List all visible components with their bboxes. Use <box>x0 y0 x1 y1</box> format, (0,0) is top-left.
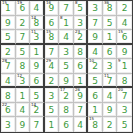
cell-digit: 3 <box>107 62 113 71</box>
cell-digit: 7 <box>5 62 11 71</box>
cell-digit: 5 <box>122 121 128 130</box>
cell-digit: 1 <box>34 48 40 57</box>
cell-digit: 2 <box>92 62 98 71</box>
cell-r2c8[interactable]: 5 <box>103 16 118 31</box>
cell-r1c8[interactable]: 368 <box>103 1 118 16</box>
cell-r6c5[interactable]: 9 <box>59 74 74 89</box>
cell-digit: 4 <box>122 19 128 28</box>
cell-r1c9[interactable]: 2 <box>117 1 132 16</box>
cell-r6c9[interactable]: 8 <box>117 74 132 89</box>
cell-r3c6[interactable]: 232 <box>74 30 89 45</box>
cell-digit: 4 <box>5 77 11 86</box>
cell-digit: 4 <box>92 48 98 57</box>
cell-r7c7[interactable]: 6 <box>88 88 103 103</box>
cell-digit: 7 <box>49 48 55 57</box>
cell-r5c7[interactable]: 102 <box>88 59 103 74</box>
cell-r9c2[interactable]: 9 <box>16 117 31 132</box>
cell-r9c6[interactable]: 4 <box>74 117 89 132</box>
cell-digit: 3 <box>77 19 83 28</box>
cell-r8c1[interactable]: 226 <box>1 103 16 118</box>
cell-r1c4[interactable]: 169 <box>45 1 60 16</box>
cell-r9c4[interactable]: 1 <box>45 117 60 132</box>
cell-r6c2[interactable]: 123 <box>16 74 31 89</box>
cell-digit: 6 <box>107 48 113 57</box>
cell-digit: 9 <box>107 106 113 115</box>
cell-r4c6[interactable]: 8 <box>74 45 89 60</box>
cell-r4c2[interactable]: 5 <box>16 45 31 60</box>
cell-digit: 3 <box>92 4 98 13</box>
cell-digit: 1 <box>63 19 69 28</box>
cell-r8c3[interactable]: 142 <box>30 103 45 118</box>
cell-r4c3[interactable]: 1 <box>30 45 45 60</box>
cell-digit: 8 <box>63 106 69 115</box>
cell-r5c6[interactable]: 6 <box>74 59 89 74</box>
cell-digit: 2 <box>19 19 25 28</box>
cell-r7c8[interactable]: 4 <box>103 88 118 103</box>
cell-r5c8[interactable]: 3 <box>103 59 118 74</box>
cell-digit: 6 <box>77 62 83 71</box>
cell-r4c9[interactable]: 9 <box>117 45 132 60</box>
cell-digit: 2 <box>49 77 55 86</box>
cell-digit: 5 <box>49 106 55 115</box>
cell-digit: 7 <box>92 19 98 28</box>
cell-r4c8[interactable]: 6 <box>103 45 118 60</box>
cell-r1c6[interactable]: 85 <box>74 1 89 16</box>
cell-digit: 5 <box>34 92 40 101</box>
cell-r7c2[interactable]: 1 <box>16 88 31 103</box>
cell-digit: 8 <box>49 33 55 42</box>
cell-r5c1[interactable]: 287 <box>1 59 16 74</box>
cell-digit: 8 <box>77 48 83 57</box>
cell-digit: 1 <box>107 33 113 42</box>
cell-digit: 7 <box>122 92 128 101</box>
cell-r9c8[interactable]: 2 <box>103 117 118 132</box>
cell-r3c3[interactable]: 113 <box>30 30 45 45</box>
cell-digit: 6 <box>19 4 25 13</box>
cell-r3c9[interactable]: 156 <box>117 30 132 45</box>
cell-digit: 4 <box>19 106 25 115</box>
cell-r6c1[interactable]: 4 <box>1 74 16 89</box>
cell-r4c5[interactable]: 3 <box>59 45 74 60</box>
cell-r2c4[interactable]: 6 <box>45 16 60 31</box>
cell-r7c4[interactable]: 3 <box>45 88 60 103</box>
cell-digit: 1 <box>19 92 25 101</box>
cell-r2c9[interactable]: 4 <box>117 16 132 31</box>
cell-digit: 2 <box>5 48 11 57</box>
cell-digit: 7 <box>77 106 83 115</box>
cell-digit: 1 <box>92 106 98 115</box>
cell-r9c7[interactable]: 158 <box>88 117 103 132</box>
cell-r9c5[interactable]: 6 <box>59 117 74 132</box>
cell-r3c4[interactable]: 158 <box>45 30 60 45</box>
cell-digit: 5 <box>107 19 113 28</box>
cell-digit: 8 <box>34 19 40 28</box>
sudoku-board: 1511964169785336829214868137545711315842… <box>0 0 133 133</box>
cell-r9c1[interactable]: 3 <box>1 117 16 132</box>
cell-digit: 9 <box>122 48 128 57</box>
cell-digit: 1 <box>5 4 11 13</box>
cell-digit: 3 <box>5 121 11 130</box>
cell-digit: 1 <box>77 77 83 86</box>
cell-r2c1[interactable]: 9 <box>1 16 16 31</box>
cell-digit: 9 <box>19 121 25 130</box>
cell-digit: 7 <box>63 4 69 13</box>
cell-r3c7[interactable]: 9 <box>88 30 103 45</box>
cell-r6c3[interactable]: 6 <box>30 74 45 89</box>
cell-digit: 4 <box>77 121 83 130</box>
cell-r8c8[interactable]: 9 <box>103 103 118 118</box>
cell-digit: 4 <box>107 92 113 101</box>
cell-r4c1[interactable]: 2 <box>1 45 16 60</box>
cell-r1c5[interactable]: 7 <box>59 1 74 16</box>
cell-digit: 9 <box>49 4 55 13</box>
cell-r2c3[interactable]: 148 <box>30 16 45 31</box>
cell-digit: 9 <box>77 92 83 101</box>
cell-r2c2[interactable]: 2 <box>16 16 31 31</box>
cell-r1c7[interactable]: 3 <box>88 1 103 16</box>
cell-digit: 7 <box>19 33 25 42</box>
cell-digit: 6 <box>63 121 69 130</box>
cell-r7c9[interactable]: 207 <box>117 88 132 103</box>
cell-digit: 3 <box>63 48 69 57</box>
cell-digit: 1 <box>49 121 55 130</box>
cell-r8c9[interactable]: 3 <box>117 103 132 118</box>
cell-digit: 1 <box>122 62 128 71</box>
cell-r5c5[interactable]: 5 <box>59 59 74 74</box>
cell-r2c5[interactable]: 81 <box>59 16 74 31</box>
cell-digit: 5 <box>92 77 98 86</box>
cell-r9c9[interactable]: 5 <box>117 117 132 132</box>
cell-r8c2[interactable]: 4 <box>16 103 31 118</box>
cell-digit: 5 <box>19 48 25 57</box>
cell-digit: 8 <box>122 77 128 86</box>
cell-digit: 6 <box>122 33 128 42</box>
cell-digit: 4 <box>49 62 55 71</box>
cell-digit: 8 <box>19 62 25 71</box>
cell-digit: 2 <box>34 106 40 115</box>
cell-r5c4[interactable]: 294 <box>45 59 60 74</box>
cell-digit: 2 <box>107 121 113 130</box>
cell-digit: 6 <box>5 106 11 115</box>
cell-r3c1[interactable]: 5 <box>1 30 16 45</box>
cell-digit: 3 <box>34 33 40 42</box>
cell-digit: 3 <box>122 106 128 115</box>
cell-r1c3[interactable]: 4 <box>30 1 45 16</box>
cell-digit: 6 <box>49 19 55 28</box>
cell-digit: 9 <box>92 33 98 42</box>
cell-r4c7[interactable]: 4 <box>88 45 103 60</box>
cell-r3c5[interactable]: 4 <box>59 30 74 45</box>
cell-digit: 9 <box>34 62 40 71</box>
cell-r6c7[interactable]: 5 <box>88 74 103 89</box>
cell-r5c9[interactable]: 91 <box>117 59 132 74</box>
cell-digit: 5 <box>77 4 83 13</box>
cell-r2c6[interactable]: 3 <box>74 16 89 31</box>
cell-digit: 8 <box>5 92 11 101</box>
cell-r9c3[interactable]: 7 <box>30 117 45 132</box>
cell-r1c2[interactable]: 196 <box>16 1 31 16</box>
cell-r7c3[interactable]: 5 <box>30 88 45 103</box>
cell-digit: 8 <box>92 121 98 130</box>
cell-r1c1[interactable]: 151 <box>1 1 16 16</box>
cell-digit: 7 <box>34 121 40 130</box>
cell-digit: 9 <box>5 19 11 28</box>
cell-r8c5[interactable]: 8 <box>59 103 74 118</box>
cell-r8c6[interactable]: 7 <box>74 103 89 118</box>
cell-digit: 5 <box>5 33 11 42</box>
cell-r8c7[interactable]: 1 <box>88 103 103 118</box>
cell-digit: 3 <box>49 92 55 101</box>
cell-r7c5[interactable]: 172 <box>59 88 74 103</box>
cell-digit: 3 <box>19 77 25 86</box>
cell-r7c1[interactable]: 8 <box>1 88 16 103</box>
cell-r7c6[interactable]: 269 <box>74 88 89 103</box>
cell-digit: 8 <box>107 4 113 13</box>
cell-r3c8[interactable]: 1 <box>103 30 118 45</box>
cell-digit: 4 <box>34 4 40 13</box>
cell-digit: 2 <box>77 33 83 42</box>
cell-r2c7[interactable]: 7 <box>88 16 103 31</box>
cell-digit: 5 <box>63 62 69 71</box>
cell-r6c8[interactable]: 117 <box>103 74 118 89</box>
cell-digit: 7 <box>107 77 113 86</box>
cell-digit: 9 <box>63 77 69 86</box>
cell-r5c2[interactable]: 8 <box>16 59 31 74</box>
cell-digit: 2 <box>63 92 69 101</box>
cell-digit: 6 <box>34 77 40 86</box>
cell-r6c4[interactable]: 2 <box>45 74 60 89</box>
cell-r5c3[interactable]: 9 <box>30 59 45 74</box>
cell-r4c4[interactable]: 7 <box>45 45 60 60</box>
cell-digit: 6 <box>92 92 98 101</box>
cell-digit: 2 <box>122 4 128 13</box>
cell-digit: 4 <box>63 33 69 42</box>
cell-r8c4[interactable]: 5 <box>45 103 60 118</box>
cell-r3c2[interactable]: 7 <box>16 30 31 45</box>
cage-sum-label: 9 <box>118 59 121 63</box>
cell-r6c6[interactable]: 1 <box>74 74 89 89</box>
